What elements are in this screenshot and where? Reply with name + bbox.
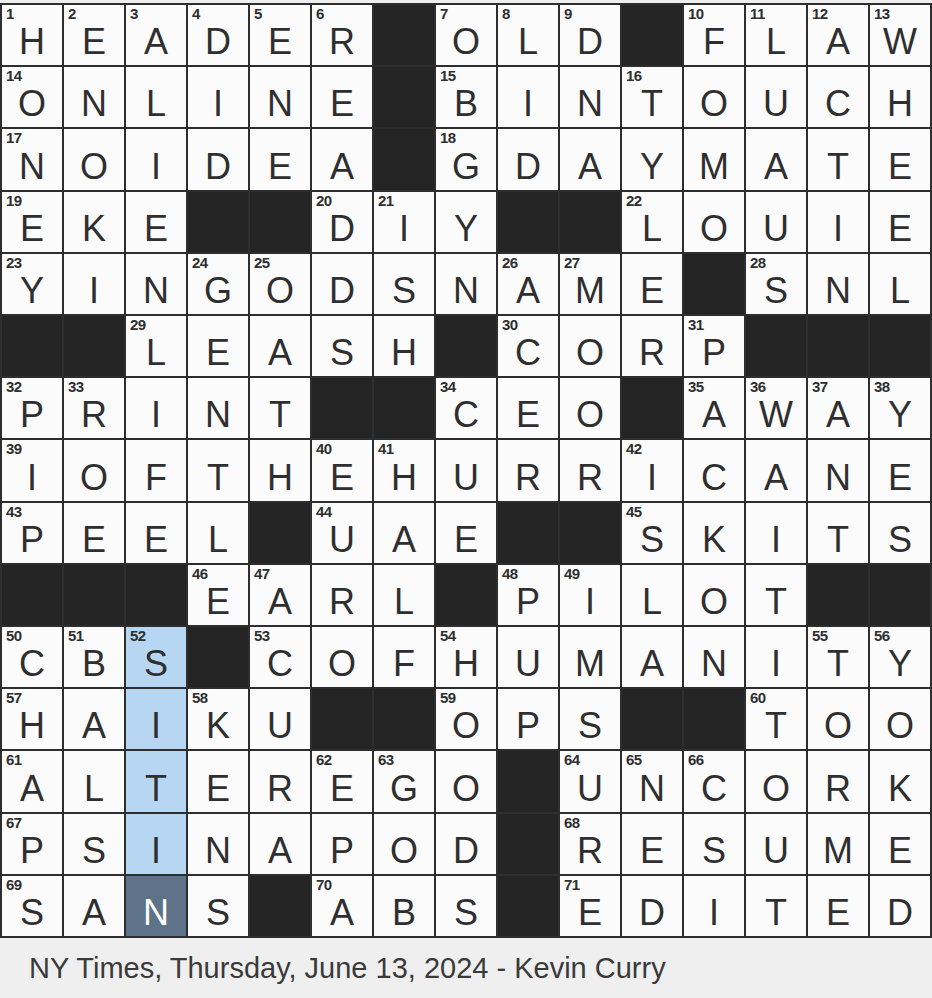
clue-number: 30 [502,316,518,333]
black-square-r12c7 [374,689,434,749]
grid-cell-r2c9[interactable]: I [498,67,558,127]
cell-letter: I [560,584,620,620]
clue-number: 34 [440,378,456,395]
black-square-r13c9 [498,751,558,811]
grid-cell-r6c9[interactable]: 30C [498,316,558,376]
grid-cell-r12c5[interactable]: U [250,689,310,749]
grid-cell-r11c10[interactable]: M [560,627,620,687]
grid-cell-r10c13[interactable]: T [746,565,806,625]
grid-cell-r11c12[interactable]: N [684,627,744,687]
grid-cell-r4c2[interactable]: K [64,192,124,252]
grid-cell-r9c14[interactable]: T [808,503,868,563]
grid-cell-r5c10[interactable]: 27M [560,254,620,314]
grid-cell-r11c1[interactable]: 50C [2,627,62,687]
grid-cell-r1c15[interactable]: 13W [870,5,930,65]
grid-cell-r15c4[interactable]: S [188,876,248,936]
grid-cell-r3c6[interactable]: A [312,129,372,189]
grid-cell-r6c7[interactable]: H [374,316,434,376]
grid-cell-r9c3[interactable]: E [126,503,186,563]
grid-cell-r15c7[interactable]: B [374,876,434,936]
grid-cell-r6c4[interactable]: E [188,316,248,376]
grid-cell-r2c4[interactable]: I [188,67,248,127]
grid-cell-r7c14[interactable]: 37A [808,378,868,438]
grid-cell-r10c9[interactable]: 48P [498,565,558,625]
cell-letter: R [622,335,682,371]
black-square-r6c8 [436,316,496,376]
grid-cell-r4c12[interactable]: O [684,192,744,252]
grid-cell-r8c9[interactable]: R [498,440,558,500]
grid-cell-r13c7[interactable]: 63G [374,751,434,811]
grid-cell-r11c8[interactable]: 54H [436,627,496,687]
grid-cell-r11c9[interactable]: U [498,627,558,687]
grid-cell-r14c2[interactable]: S [64,814,124,874]
grid-cell-r10c10[interactable]: 49I [560,565,620,625]
cell-letter: O [2,86,62,122]
grid-cell-r4c7[interactable]: 21I [374,192,434,252]
grid-cell-r8c10[interactable]: R [560,440,620,500]
cell-letter: O [374,833,434,869]
cell-letter: P [312,833,372,869]
grid-cell-r3c9[interactable]: D [498,129,558,189]
black-square-r9c9 [498,503,558,563]
grid-cell-r10c5[interactable]: 47A [250,565,310,625]
cell-letter: R [560,833,620,869]
grid-cell-r6c10[interactable]: O [560,316,620,376]
cell-letter: N [64,86,124,122]
grid-cell-r12c3[interactable]: I [126,689,186,749]
grid-cell-r1c12[interactable]: 10F [684,5,744,65]
cell-letter: K [870,771,930,807]
clue-number: 61 [6,751,22,768]
clue-number: 31 [688,316,704,333]
cell-letter: D [560,24,620,60]
grid-cell-r14c15[interactable]: E [870,814,930,874]
clue-number: 13 [874,5,890,22]
clue-number: 5 [254,5,262,22]
clue-number: 11 [750,5,765,22]
cell-letter: O [64,149,124,185]
grid-cell-r8c5[interactable]: H [250,440,310,500]
cell-letter: D [622,895,682,931]
grid-cell-r11c14[interactable]: 55T [808,627,868,687]
grid-cell-r1c2[interactable]: 2E [64,5,124,65]
grid-cell-r15c12[interactable]: I [684,876,744,936]
cell-letter: T [746,584,806,620]
cell-letter: S [64,833,124,869]
grid-cell-r5c13[interactable]: 28S [746,254,806,314]
grid-cell-r5c5[interactable]: 25O [250,254,310,314]
grid-cell-r5c9[interactable]: 26A [498,254,558,314]
cell-letter: U [746,833,806,869]
cell-letter: A [746,460,806,496]
grid-cell-r4c1[interactable]: 19E [2,192,62,252]
cell-letter: E [436,522,496,558]
grid-cell-r8c6[interactable]: 40E [312,440,372,500]
grid-cell-r7c9[interactable]: E [498,378,558,438]
cell-letter: T [808,522,868,558]
cell-letter: F [126,460,186,496]
grid-cell-r13c1[interactable]: 61A [2,751,62,811]
grid-cell-r5c4[interactable]: 24G [188,254,248,314]
black-square-r1c7 [374,5,434,65]
grid-cell-r8c11[interactable]: 42I [622,440,682,500]
cell-letter: A [64,895,124,931]
grid-cell-r12c2[interactable]: A [64,689,124,749]
clue-number: 3 [130,5,138,22]
cell-letter: C [498,335,558,371]
cell-letter: U [746,211,806,247]
grid-cell-r14c7[interactable]: O [374,814,434,874]
cell-letter: U [250,708,310,744]
grid-cell-r2c5[interactable]: N [250,67,310,127]
grid-cell-r12c8[interactable]: 59O [436,689,496,749]
grid-cell-r5c8[interactable]: N [436,254,496,314]
grid-cell-r13c15[interactable]: K [870,751,930,811]
cell-letter: L [188,522,248,558]
grid-cell-r11c15[interactable]: 56Y [870,627,930,687]
grid-cell-r11c7[interactable]: F [374,627,434,687]
grid-cell-r15c3[interactable]: N [126,876,186,936]
grid-cell-r8c15[interactable]: E [870,440,930,500]
grid-cell-r7c8[interactable]: 34C [436,378,496,438]
grid-cell-r15c14[interactable]: E [808,876,868,936]
grid-cell-r11c6[interactable]: O [312,627,372,687]
grid-cell-r13c12[interactable]: 66C [684,751,744,811]
cell-letter: P [2,833,62,869]
cell-letter: T [808,149,868,185]
grid-cell-r8c12[interactable]: C [684,440,744,500]
black-square-r4c4 [188,192,248,252]
grid-cell-r13c11[interactable]: 65N [622,751,682,811]
clue-number: 39 [6,440,22,457]
grid-cell-r13c14[interactable]: R [808,751,868,811]
cell-letter: E [870,460,930,496]
grid-cell-r9c11[interactable]: 45S [622,503,682,563]
grid-cell-r10c7[interactable]: L [374,565,434,625]
cell-letter: Y [870,646,930,682]
grid-cell-r14c12[interactable]: S [684,814,744,874]
grid-cell-r7c1[interactable]: 32P [2,378,62,438]
grid-cell-r5c6[interactable]: D [312,254,372,314]
grid-cell-r8c8[interactable]: U [436,440,496,500]
grid-cell-r2c3[interactable]: L [126,67,186,127]
grid-cell-r13c2[interactable]: L [64,751,124,811]
cell-letter: S [188,895,248,931]
grid-cell-r1c3[interactable]: 3A [126,5,186,65]
grid-cell-r3c1[interactable]: 17N [2,129,62,189]
grid-cell-r2c14[interactable]: C [808,67,868,127]
clue-number: 47 [254,565,270,582]
grid-cell-r1c1[interactable]: 1H [2,5,62,65]
cell-letter: E [808,895,868,931]
grid-cell-r11c2[interactable]: 51B [64,627,124,687]
grid-cell-r15c2[interactable]: A [64,876,124,936]
cell-letter: S [436,895,496,931]
cell-letter: E [126,211,186,247]
grid-cell-r14c3[interactable]: I [126,814,186,874]
grid-cell-r12c14[interactable]: O [808,689,868,749]
grid-cell-r3c15[interactable]: E [870,129,930,189]
cell-letter: H [2,708,62,744]
grid-cell-r7c5[interactable]: T [250,378,310,438]
grid-cell-r8c2[interactable]: O [64,440,124,500]
grid-cell-r2c2[interactable]: N [64,67,124,127]
cell-letter: N [808,460,868,496]
grid-cell-r13c10[interactable]: 64U [560,751,620,811]
grid-cell-r3c5[interactable]: E [250,129,310,189]
grid-cell-r5c1[interactable]: 23Y [2,254,62,314]
grid-cell-r15c15[interactable]: D [870,876,930,936]
cell-letter: M [560,273,620,309]
grid-cell-r9c1[interactable]: 43P [2,503,62,563]
cell-letter: I [746,522,806,558]
grid-cell-r3c3[interactable]: I [126,129,186,189]
grid-cell-r3c13[interactable]: A [746,129,806,189]
grid-cell-r2c8[interactable]: 15B [436,67,496,127]
grid-cell-r15c6[interactable]: 70A [312,876,372,936]
cell-letter: C [684,460,744,496]
cell-letter: R [498,460,558,496]
grid-cell-r1c6[interactable]: 6R [312,5,372,65]
cell-letter: P [498,708,558,744]
clue-number: 26 [502,254,518,271]
black-square-r7c11 [622,378,682,438]
cell-letter: E [2,211,62,247]
cell-letter: A [250,833,310,869]
clue-number: 2 [68,5,76,22]
grid-cell-r6c11[interactable]: R [622,316,682,376]
grid-cell-r1c5[interactable]: 5E [250,5,310,65]
grid-cell-r4c11[interactable]: 22L [622,192,682,252]
grid-cell-r14c10[interactable]: 68R [560,814,620,874]
cell-letter: I [64,273,124,309]
grid-cell-r4c15[interactable]: E [870,192,930,252]
grid-cell-r12c4[interactable]: 58K [188,689,248,749]
cell-letter: K [684,522,744,558]
grid-cell-r15c8[interactable]: S [436,876,496,936]
clue-number: 71 [564,876,580,893]
grid-cell-r8c14[interactable]: N [808,440,868,500]
grid-cell-r12c10[interactable]: S [560,689,620,749]
cell-letter: L [374,584,434,620]
grid-cell-r13c8[interactable]: O [436,751,496,811]
clue-number: 42 [626,440,642,457]
cell-letter: B [64,646,124,682]
cell-letter: L [622,584,682,620]
clue-number: 45 [626,503,642,520]
cell-letter: E [312,771,372,807]
grid-cell-r12c15[interactable]: O [870,689,930,749]
grid-cell-r5c7[interactable]: S [374,254,434,314]
cell-letter: O [746,771,806,807]
grid-cell-r11c3[interactable]: 52S [126,627,186,687]
grid-cell-r9c7[interactable]: A [374,503,434,563]
grid-cell-r10c4[interactable]: 46E [188,565,248,625]
clue-number: 52 [130,627,146,644]
grid-cell-r4c14[interactable]: I [808,192,868,252]
grid-cell-r5c14[interactable]: N [808,254,868,314]
grid-cell-r9c4[interactable]: L [188,503,248,563]
grid-cell-r7c15[interactable]: 38Y [870,378,930,438]
clue-number: 19 [6,192,22,209]
cell-letter: Y [870,397,930,433]
clue-number: 15 [440,67,456,84]
grid-cell-r3c14[interactable]: T [808,129,868,189]
black-square-r7c6 [312,378,372,438]
grid-cell-r14c1[interactable]: 67P [2,814,62,874]
clue-number: 40 [316,440,332,457]
cell-letter: H [250,460,310,496]
clue-number: 17 [6,129,22,146]
grid-cell-r11c13[interactable]: I [746,627,806,687]
grid-cell-r14c6[interactable]: P [312,814,372,874]
grid-cell-r4c8[interactable]: Y [436,192,496,252]
grid-cell-r8c3[interactable]: F [126,440,186,500]
grid-cell-r1c13[interactable]: 11L [746,5,806,65]
grid-cell-r8c4[interactable]: T [188,440,248,500]
black-square-r10c1 [2,565,62,625]
grid-cell-r9c8[interactable]: E [436,503,496,563]
grid-cell-r14c11[interactable]: E [622,814,682,874]
grid-cell-r6c3[interactable]: 29L [126,316,186,376]
cell-letter: O [436,708,496,744]
grid-cell-r3c2[interactable]: O [64,129,124,189]
grid-cell-r14c14[interactable]: M [808,814,868,874]
clue-number: 49 [564,565,580,582]
clue-number: 55 [812,627,828,644]
black-square-r10c8 [436,565,496,625]
grid-cell-r12c9[interactable]: P [498,689,558,749]
clue-number: 29 [130,316,146,333]
grid-cell-r3c12[interactable]: M [684,129,744,189]
cell-letter: E [622,833,682,869]
grid-cell-r4c3[interactable]: E [126,192,186,252]
grid-cell-r9c12[interactable]: K [684,503,744,563]
cell-letter: A [808,24,868,60]
grid-cell-r3c10[interactable]: A [560,129,620,189]
black-square-r14c9 [498,814,558,874]
grid-cell-r7c3[interactable]: I [126,378,186,438]
cell-letter: E [622,273,682,309]
grid-cell-r8c13[interactable]: A [746,440,806,500]
cell-letter: L [870,273,930,309]
grid-cell-r1c4[interactable]: 4D [188,5,248,65]
clue-number: 60 [750,689,766,706]
grid-cell-r2c6[interactable]: E [312,67,372,127]
grid-cell-r2c13[interactable]: U [746,67,806,127]
grid-cell-r9c6[interactable]: 44U [312,503,372,563]
grid-cell-r9c15[interactable]: S [870,503,930,563]
grid-cell-r7c2[interactable]: 33R [64,378,124,438]
cell-letter: S [312,335,372,371]
grid-cell-r7c4[interactable]: N [188,378,248,438]
grid-cell-r9c2[interactable]: E [64,503,124,563]
grid-cell-r14c8[interactable]: D [436,814,496,874]
grid-cell-r1c10[interactable]: 9D [560,5,620,65]
grid-cell-r5c3[interactable]: N [126,254,186,314]
grid-cell-r1c9[interactable]: 8L [498,5,558,65]
grid-cell-r3c8[interactable]: 18G [436,129,496,189]
grid-cell-r11c11[interactable]: A [622,627,682,687]
grid-cell-r12c13[interactable]: 60T [746,689,806,749]
grid-cell-r12c1[interactable]: 57H [2,689,62,749]
grid-cell-r4c13[interactable]: U [746,192,806,252]
grid-cell-r6c6[interactable]: S [312,316,372,376]
grid-cell-r10c11[interactable]: L [622,565,682,625]
grid-cell-r15c11[interactable]: D [622,876,682,936]
black-square-r12c12 [684,689,744,749]
grid-cell-r1c14[interactable]: 12A [808,5,868,65]
grid-cell-r15c1[interactable]: 69S [2,876,62,936]
cell-letter: L [126,86,186,122]
cell-letter: R [312,24,372,60]
cell-letter: R [250,771,310,807]
grid-cell-r14c4[interactable]: N [188,814,248,874]
grid-cell-r14c13[interactable]: U [746,814,806,874]
grid-cell-r3c4[interactable]: D [188,129,248,189]
grid-cell-r6c12[interactable]: 31P [684,316,744,376]
grid-cell-r2c10[interactable]: N [560,67,620,127]
grid-cell-r7c13[interactable]: 36W [746,378,806,438]
grid-cell-r4c6[interactable]: 20D [312,192,372,252]
grid-cell-r13c3[interactable]: T [126,751,186,811]
grid-cell-r10c12[interactable]: O [684,565,744,625]
grid-cell-r5c15[interactable]: L [870,254,930,314]
cell-letter: S [374,273,434,309]
grid-cell-r3c11[interactable]: Y [622,129,682,189]
grid-cell-r6c5[interactable]: A [250,316,310,376]
cell-letter: R [560,460,620,496]
grid-cell-r8c7[interactable]: 41H [374,440,434,500]
grid-cell-r2c12[interactable]: O [684,67,744,127]
grid-cell-r14c5[interactable]: A [250,814,310,874]
grid-cell-r1c8[interactable]: 7O [436,5,496,65]
grid-cell-r13c4[interactable]: E [188,751,248,811]
crossword-grid: 1H2E3A4D5E6R7O8L9D10F11L12A13W14ONLINE15… [0,3,932,938]
cell-letter: E [188,584,248,620]
grid-cell-r7c12[interactable]: 35A [684,378,744,438]
grid-cell-r5c2[interactable]: I [64,254,124,314]
grid-cell-r9c13[interactable]: I [746,503,806,563]
grid-cell-r15c13[interactable]: T [746,876,806,936]
grid-cell-r10c6[interactable]: R [312,565,372,625]
grid-cell-r13c13[interactable]: O [746,751,806,811]
clue-number: 57 [6,689,22,706]
grid-cell-r13c6[interactable]: 62E [312,751,372,811]
grid-cell-r2c15[interactable]: H [870,67,930,127]
clue-number: 70 [316,876,332,893]
cell-letter: E [126,522,186,558]
grid-cell-r7c10[interactable]: O [560,378,620,438]
cell-letter: P [498,584,558,620]
cell-letter: L [64,771,124,807]
grid-cell-r15c10[interactable]: 71E [560,876,620,936]
cell-letter: O [684,211,744,247]
cell-letter: P [684,335,744,371]
cell-letter: E [188,335,248,371]
black-square-r12c6 [312,689,372,749]
grid-cell-r11c5[interactable]: 53C [250,627,310,687]
grid-cell-r8c1[interactable]: 39I [2,440,62,500]
grid-cell-r5c11[interactable]: E [622,254,682,314]
grid-cell-r13c5[interactable]: R [250,751,310,811]
cell-letter: F [684,24,744,60]
cell-letter: C [250,646,310,682]
grid-cell-r2c11[interactable]: 16T [622,67,682,127]
grid-cell-r2c1[interactable]: 14O [2,67,62,127]
clue-number: 53 [254,627,270,644]
clue-number: 36 [750,378,766,395]
